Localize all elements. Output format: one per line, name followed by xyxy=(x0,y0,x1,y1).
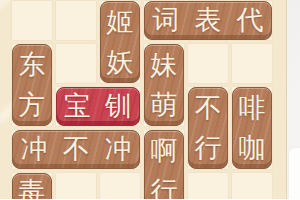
tile-char: 啊 xyxy=(151,138,178,165)
tile-du[interactable]: 毒 xyxy=(12,173,52,199)
tile-dong-fang[interactable]: 东 方 xyxy=(12,44,52,126)
tile-layer: 姬 妖 词 表 代 东 方 妹 萌 宝 钏 不 行 xyxy=(11,0,273,199)
tile-char: 萌 xyxy=(151,92,178,119)
tile-char: 代 xyxy=(237,7,264,34)
tile-char: 姬 xyxy=(107,9,134,36)
tile-char: 东 xyxy=(19,52,46,79)
tile-char: 咖 xyxy=(239,135,266,162)
tile-char: 钏 xyxy=(105,93,132,120)
tile-char: 妖 xyxy=(107,49,134,76)
background-panel-corner xyxy=(289,148,300,199)
tile-ci-biao-dai[interactable]: 词 表 代 xyxy=(144,1,272,40)
game-screen: 姬 妖 词 表 代 东 方 妹 萌 宝 钏 不 行 xyxy=(0,0,300,199)
tile-bao-chuan-selected[interactable]: 宝 钏 xyxy=(56,87,140,126)
tile-board: 姬 妖 词 表 代 东 方 妹 萌 宝 钏 不 行 xyxy=(0,0,287,199)
tile-chong-bu-chong[interactable]: 冲 不 冲 xyxy=(12,130,140,169)
tile-char: 表 xyxy=(195,7,222,34)
tile-bu-xing[interactable]: 不 行 xyxy=(188,87,228,169)
tile-char: 行 xyxy=(195,135,222,162)
tile-char: 冲 xyxy=(21,136,48,163)
tile-char: 冲 xyxy=(105,136,132,163)
tile-char: 不 xyxy=(63,136,90,163)
tile-char: 宝 xyxy=(64,93,91,120)
tile-mei-meng[interactable]: 妹 萌 xyxy=(144,44,184,126)
tile-char: 妹 xyxy=(151,52,178,79)
tile-char: 词 xyxy=(153,7,180,34)
tile-char: 方 xyxy=(19,92,46,119)
tile-fei-ka[interactable]: 啡 咖 xyxy=(232,87,272,169)
tile-ji-yao[interactable]: 姬 妖 xyxy=(100,1,140,83)
tile-char: 行 xyxy=(151,178,178,200)
tile-char: 毒 xyxy=(19,179,46,199)
tile-char: 不 xyxy=(195,95,222,122)
tile-char: 啡 xyxy=(239,95,266,122)
tile-a-xing[interactable]: 啊 行 xyxy=(144,130,184,199)
